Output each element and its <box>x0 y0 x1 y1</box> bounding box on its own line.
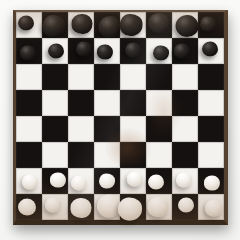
square-c8[interactable]: ♝ <box>68 12 94 38</box>
piece-black-pawn-c7[interactable]: ♟ <box>76 42 92 57</box>
square-a8[interactable]: ♜ <box>16 12 42 38</box>
square-h3[interactable] <box>198 142 224 168</box>
square-c2[interactable]: ♙ <box>68 168 94 194</box>
piece-white-bishop-c1[interactable]: ♗ <box>71 198 92 218</box>
piece-black-pawn-e7[interactable]: ♟ <box>125 43 141 58</box>
board-grid: ♜♞♝♛♚♝♞♜♟♟♟♟♟♟♟♟♙♙♙♙♙♙♙♙♖♘♗♕♔♗♘♖ <box>16 12 224 220</box>
piece-white-pawn-e2[interactable]: ♙ <box>127 172 143 187</box>
square-b4[interactable] <box>42 116 68 142</box>
piece-black-pawn-a7[interactable]: ♟ <box>20 46 36 61</box>
piece-white-pawn-f2[interactable]: ♙ <box>148 175 164 190</box>
piece-black-bishop-f8[interactable]: ♝ <box>149 13 170 33</box>
square-f1[interactable]: ♗ <box>146 194 172 220</box>
square-a1[interactable]: ♖ <box>16 194 42 220</box>
square-b7[interactable]: ♟ <box>42 38 68 64</box>
piece-black-queen-d8[interactable]: ♛ <box>99 16 122 38</box>
square-h8[interactable]: ♜ <box>198 12 224 38</box>
square-f5[interactable] <box>146 90 172 116</box>
square-g6[interactable] <box>172 64 198 90</box>
square-a4[interactable] <box>16 116 42 142</box>
square-a2[interactable]: ♙ <box>16 168 42 194</box>
piece-white-pawn-d2[interactable]: ♙ <box>99 174 115 189</box>
square-b8[interactable]: ♞ <box>42 12 68 38</box>
piece-white-pawn-g2[interactable]: ♙ <box>176 173 192 188</box>
square-a6[interactable] <box>16 64 42 90</box>
square-e3[interactable] <box>120 142 146 168</box>
piece-black-pawn-f7[interactable]: ♟ <box>153 46 169 61</box>
square-c3[interactable] <box>68 142 94 168</box>
square-h6[interactable] <box>198 64 224 90</box>
photo-background: ♜♞♝♛♚♝♞♜♟♟♟♟♟♟♟♟♙♙♙♙♙♙♙♙♖♘♗♕♔♗♘♖ <box>0 0 240 240</box>
piece-black-pawn-g7[interactable]: ♟ <box>174 44 190 59</box>
square-b6[interactable] <box>42 64 68 90</box>
square-h7[interactable]: ♟ <box>198 38 224 64</box>
piece-white-king-e1[interactable]: ♔ <box>118 198 142 221</box>
piece-black-bishop-c8[interactable]: ♝ <box>72 14 93 34</box>
square-e5[interactable] <box>120 90 146 116</box>
piece-white-pawn-b2[interactable]: ♙ <box>50 173 66 188</box>
piece-white-pawn-c2[interactable]: ♙ <box>71 176 87 191</box>
square-a7[interactable]: ♟ <box>16 38 42 64</box>
square-h1[interactable]: ♖ <box>198 194 224 220</box>
square-g7[interactable]: ♟ <box>172 38 198 64</box>
square-e7[interactable]: ♟ <box>120 38 146 64</box>
chess-board: ♜♞♝♛♚♝♞♜♟♟♟♟♟♟♟♟♙♙♙♙♙♙♙♙♖♘♗♕♔♗♘♖ <box>13 10 228 225</box>
square-d8[interactable]: ♛ <box>94 12 120 38</box>
square-d2[interactable]: ♙ <box>94 168 120 194</box>
square-h5[interactable] <box>198 90 224 116</box>
square-c5[interactable] <box>68 90 94 116</box>
square-d4[interactable] <box>94 116 120 142</box>
piece-white-knight-g1[interactable]: ♘ <box>178 198 194 213</box>
square-f4[interactable] <box>146 116 172 142</box>
piece-black-pawn-b7[interactable]: ♟ <box>48 44 64 59</box>
square-e8[interactable]: ♚ <box>120 12 146 38</box>
square-e6[interactable] <box>120 64 146 90</box>
square-d1[interactable]: ♕ <box>94 194 120 220</box>
piece-white-pawn-a2[interactable]: ♙ <box>22 175 38 190</box>
piece-white-rook-h1[interactable]: ♖ <box>205 200 223 217</box>
square-e1[interactable]: ♔ <box>120 194 146 220</box>
piece-black-king-e8[interactable]: ♚ <box>120 14 143 36</box>
square-g3[interactable] <box>172 142 198 168</box>
square-h2[interactable]: ♙ <box>198 168 224 194</box>
square-b5[interactable] <box>42 90 68 116</box>
square-b1[interactable]: ♘ <box>42 194 68 220</box>
square-b2[interactable]: ♙ <box>42 168 68 194</box>
square-g2[interactable]: ♙ <box>172 168 198 194</box>
square-b3[interactable] <box>42 142 68 168</box>
square-a3[interactable] <box>16 142 42 168</box>
square-d6[interactable] <box>94 64 120 90</box>
square-d7[interactable]: ♟ <box>94 38 120 64</box>
piece-white-knight-b1[interactable]: ♘ <box>45 198 61 213</box>
piece-white-pawn-h2[interactable]: ♙ <box>204 176 220 191</box>
piece-white-rook-a1[interactable]: ♖ <box>18 199 36 216</box>
piece-black-knight-g8[interactable]: ♞ <box>176 15 199 37</box>
square-f6[interactable] <box>146 64 172 90</box>
square-c7[interactable]: ♟ <box>68 38 94 64</box>
square-f7[interactable]: ♟ <box>146 38 172 64</box>
piece-black-rook-h8[interactable]: ♜ <box>200 17 216 32</box>
square-h4[interactable] <box>198 116 224 142</box>
piece-black-knight-b8[interactable]: ♞ <box>43 15 66 37</box>
square-f3[interactable] <box>146 142 172 168</box>
square-d3[interactable] <box>94 142 120 168</box>
square-g8[interactable]: ♞ <box>172 12 198 38</box>
square-e4[interactable] <box>120 116 146 142</box>
square-g4[interactable] <box>172 116 198 142</box>
square-c1[interactable]: ♗ <box>68 194 94 220</box>
square-c4[interactable] <box>68 116 94 142</box>
square-a5[interactable] <box>16 90 42 116</box>
square-g5[interactable] <box>172 90 198 116</box>
piece-black-pawn-h7[interactable]: ♟ <box>202 42 218 57</box>
square-g1[interactable]: ♘ <box>172 194 198 220</box>
square-f8[interactable]: ♝ <box>146 12 172 38</box>
piece-white-bishop-f1[interactable]: ♗ <box>148 197 169 217</box>
piece-black-rook-a8[interactable]: ♜ <box>18 16 34 31</box>
piece-black-pawn-d7[interactable]: ♟ <box>97 45 113 60</box>
square-e2[interactable]: ♙ <box>120 168 146 194</box>
square-f2[interactable]: ♙ <box>146 168 172 194</box>
square-c6[interactable] <box>68 64 94 90</box>
square-d5[interactable] <box>94 90 120 116</box>
